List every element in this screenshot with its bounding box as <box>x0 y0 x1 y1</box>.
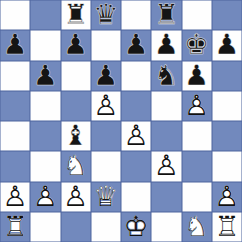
piece-outline-glyph: ♙ <box>91 91 121 121</box>
white-knight[interactable]: ♞♘ <box>61 151 91 181</box>
square-b4[interactable] <box>30 121 60 151</box>
square-d3[interactable] <box>91 151 121 181</box>
piece-outline-glyph: ♘ <box>182 212 212 242</box>
square-c8[interactable]: ♜ <box>61 0 91 30</box>
black-pawn[interactable]: ♟ <box>30 61 60 91</box>
square-d5[interactable]: ♟♙ <box>91 91 121 121</box>
square-b5[interactable] <box>30 91 60 121</box>
piece-outline-glyph: ♙ <box>121 121 151 151</box>
piece-outline-glyph: ♙ <box>182 91 212 121</box>
piece-fill-glyph: ♟ <box>121 30 151 60</box>
square-a8[interactable] <box>0 0 30 30</box>
piece-fill-glyph: ♟ <box>61 30 91 60</box>
square-d6[interactable]: ♟ <box>91 61 121 91</box>
square-e7[interactable]: ♟ <box>121 30 151 60</box>
square-g3[interactable] <box>182 151 212 181</box>
square-g5[interactable]: ♟♙ <box>182 91 212 121</box>
black-pawn[interactable]: ♟ <box>91 61 121 91</box>
square-a1[interactable]: ♜♖ <box>0 212 30 242</box>
square-g6[interactable]: ♟ <box>182 61 212 91</box>
square-c3[interactable]: ♞♘ <box>61 151 91 181</box>
piece-fill-glyph: ♜ <box>151 0 181 30</box>
white-knight[interactable]: ♞♘ <box>182 212 212 242</box>
square-g2[interactable] <box>182 182 212 212</box>
square-b2[interactable]: ♟♙ <box>30 182 60 212</box>
black-queen[interactable]: ♛ <box>91 0 121 30</box>
square-a5[interactable] <box>0 91 30 121</box>
square-f8[interactable]: ♜ <box>151 0 181 30</box>
square-d2[interactable]: ♛♕ <box>91 182 121 212</box>
square-c5[interactable] <box>61 91 91 121</box>
square-f6[interactable]: ♞ <box>151 61 181 91</box>
square-f7[interactable]: ♟ <box>151 30 181 60</box>
black-pawn[interactable]: ♟ <box>151 30 181 60</box>
black-pawn[interactable]: ♟ <box>182 61 212 91</box>
white-pawn[interactable]: ♟♙ <box>61 182 91 212</box>
square-e1[interactable]: ♚♔ <box>121 212 151 242</box>
piece-fill-glyph: ♟ <box>0 30 30 60</box>
square-f4[interactable] <box>151 121 181 151</box>
black-pawn[interactable]: ♟ <box>212 30 242 60</box>
square-b7[interactable] <box>30 30 60 60</box>
white-rook[interactable]: ♜♖ <box>0 212 30 242</box>
square-d7[interactable] <box>91 30 121 60</box>
square-g1[interactable]: ♞♘ <box>182 212 212 242</box>
white-rook[interactable]: ♜♖ <box>212 212 242 242</box>
piece-outline-glyph: ♙ <box>0 182 30 212</box>
square-g4[interactable] <box>182 121 212 151</box>
white-pawn[interactable]: ♟♙ <box>182 91 212 121</box>
square-f1[interactable] <box>151 212 181 242</box>
square-e5[interactable] <box>121 91 151 121</box>
square-c6[interactable] <box>61 61 91 91</box>
piece-fill-glyph: ♟ <box>212 30 242 60</box>
square-a7[interactable]: ♟ <box>0 30 30 60</box>
piece-outline-glyph: ♕ <box>91 182 121 212</box>
square-d8[interactable]: ♛ <box>91 0 121 30</box>
black-bishop[interactable]: ♝ <box>61 121 91 151</box>
black-rook[interactable]: ♜ <box>151 0 181 30</box>
square-c4[interactable]: ♝ <box>61 121 91 151</box>
square-e8[interactable] <box>121 0 151 30</box>
square-c2[interactable]: ♟♙ <box>61 182 91 212</box>
piece-outline-glyph: ♘ <box>61 151 91 181</box>
black-pawn[interactable]: ♟ <box>61 30 91 60</box>
piece-outline-glyph: ♖ <box>212 212 242 242</box>
square-d1[interactable] <box>91 212 121 242</box>
square-b8[interactable] <box>30 0 60 30</box>
square-f2[interactable] <box>151 182 181 212</box>
square-g8[interactable] <box>182 0 212 30</box>
square-e4[interactable]: ♟♙ <box>121 121 151 151</box>
piece-outline-glyph: ♙ <box>151 151 181 181</box>
piece-outline-glyph: ♖ <box>0 212 30 242</box>
square-c1[interactable] <box>61 212 91 242</box>
white-pawn[interactable]: ♟♙ <box>121 121 151 151</box>
piece-outline-glyph: ♙ <box>30 182 60 212</box>
piece-fill-glyph: ♜ <box>61 0 91 30</box>
square-h8[interactable] <box>212 0 242 30</box>
piece-outline-glyph: ♙ <box>212 182 242 212</box>
square-f5[interactable] <box>151 91 181 121</box>
piece-fill-glyph: ♞ <box>151 61 181 91</box>
square-d4[interactable] <box>91 121 121 151</box>
square-h1[interactable]: ♜♖ <box>212 212 242 242</box>
square-a2[interactable]: ♟♙ <box>0 182 30 212</box>
white-pawn[interactable]: ♟♙ <box>91 91 121 121</box>
square-h2[interactable]: ♟♙ <box>212 182 242 212</box>
white-pawn[interactable]: ♟♙ <box>212 182 242 212</box>
square-a6[interactable] <box>0 61 30 91</box>
white-queen[interactable]: ♛♕ <box>91 182 121 212</box>
piece-fill-glyph: ♛ <box>91 0 121 30</box>
white-pawn[interactable]: ♟♙ <box>151 151 181 181</box>
black-pawn[interactable]: ♟ <box>121 30 151 60</box>
square-h5[interactable] <box>212 91 242 121</box>
square-b6[interactable]: ♟ <box>30 61 60 91</box>
white-king[interactable]: ♚♔ <box>121 212 151 242</box>
piece-fill-glyph: ♟ <box>30 61 60 91</box>
square-h6[interactable] <box>212 61 242 91</box>
square-h3[interactable] <box>212 151 242 181</box>
square-h4[interactable] <box>212 121 242 151</box>
square-a4[interactable] <box>0 121 30 151</box>
square-c7[interactable]: ♟ <box>61 30 91 60</box>
piece-fill-glyph: ♝ <box>61 121 91 151</box>
black-knight[interactable]: ♞ <box>151 61 181 91</box>
square-b3[interactable] <box>30 151 60 181</box>
black-king[interactable]: ♚ <box>182 30 212 60</box>
square-e3[interactable] <box>121 151 151 181</box>
square-g7[interactable]: ♚ <box>182 30 212 60</box>
square-b1[interactable] <box>30 212 60 242</box>
black-pawn[interactable]: ♟ <box>0 30 30 60</box>
piece-fill-glyph: ♟ <box>182 61 212 91</box>
chess-board: ♜♛♜♟♟♟♟♚♟♟♟♞♟♟♙♟♙♝♟♙♞♘♟♙♟♙♟♙♟♙♛♕♟♙♜♖♚♔♞♘… <box>0 0 242 242</box>
square-a3[interactable] <box>0 151 30 181</box>
black-rook[interactable]: ♜ <box>61 0 91 30</box>
square-f3[interactable]: ♟♙ <box>151 151 181 181</box>
piece-outline-glyph: ♔ <box>121 212 151 242</box>
square-e2[interactable] <box>121 182 151 212</box>
square-e6[interactable] <box>121 61 151 91</box>
piece-fill-glyph: ♟ <box>151 30 181 60</box>
piece-outline-glyph: ♙ <box>61 182 91 212</box>
white-pawn[interactable]: ♟♙ <box>30 182 60 212</box>
piece-fill-glyph: ♟ <box>91 61 121 91</box>
piece-fill-glyph: ♚ <box>182 30 212 60</box>
white-pawn[interactable]: ♟♙ <box>0 182 30 212</box>
square-h7[interactable]: ♟ <box>212 30 242 60</box>
